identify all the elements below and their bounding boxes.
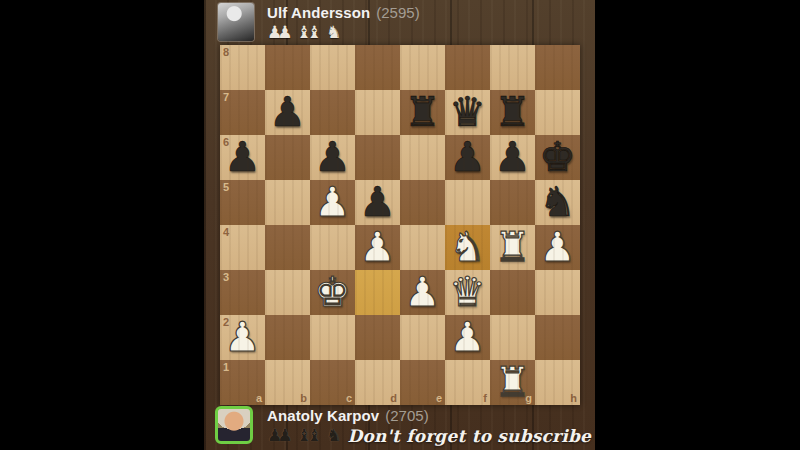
square-b4 bbox=[265, 225, 310, 270]
white-queen-icon: ♛ bbox=[449, 270, 486, 315]
square-g4: ♜ bbox=[490, 225, 535, 270]
top-player-row: Ulf Andersson (2595) ♟♟♝♝♞ bbox=[267, 4, 420, 42]
chess-board: 87♟♜♛♜6♟♟♟♟♚5♟♟♞4♟♞♜♟3♚♟♛2♟♟1abcdefg♜h bbox=[220, 45, 580, 405]
white-pawn-icon: ♟ bbox=[404, 270, 441, 315]
file-label-b: b bbox=[300, 393, 307, 404]
top-player-avatar bbox=[218, 3, 254, 41]
square-h1: h bbox=[535, 360, 580, 405]
square-h3 bbox=[535, 270, 580, 315]
black-pawn-icon: ♟ bbox=[314, 135, 351, 180]
black-rook-icon: ♜ bbox=[494, 90, 531, 135]
captured-pieces-group-icon: ♞ bbox=[326, 425, 336, 445]
bottom-player-rating: (2705) bbox=[385, 407, 428, 424]
square-a3: 3 bbox=[220, 270, 265, 315]
file-label-c: c bbox=[346, 393, 352, 404]
square-g8 bbox=[490, 45, 535, 90]
letterbox-right bbox=[595, 0, 800, 450]
square-a1: 1a bbox=[220, 360, 265, 405]
white-rook-icon: ♜ bbox=[494, 360, 531, 405]
square-e7: ♜ bbox=[400, 90, 445, 135]
square-f2: ♟ bbox=[445, 315, 490, 360]
top-player-name: Ulf Andersson bbox=[267, 4, 370, 21]
captured-pieces-group-icon: ♝♝ bbox=[296, 22, 316, 42]
square-a5: 5 bbox=[220, 180, 265, 225]
square-b2 bbox=[265, 315, 310, 360]
square-e6 bbox=[400, 135, 445, 180]
square-c3: ♚ bbox=[310, 270, 355, 315]
square-f1: f bbox=[445, 360, 490, 405]
black-knight-icon: ♞ bbox=[539, 180, 576, 225]
square-c4 bbox=[310, 225, 355, 270]
bottom-player-avatar bbox=[215, 406, 253, 444]
black-pawn-icon: ♟ bbox=[359, 180, 396, 225]
square-g3 bbox=[490, 270, 535, 315]
file-label-a: a bbox=[256, 393, 262, 404]
square-a8: 8 bbox=[220, 45, 265, 90]
square-g5 bbox=[490, 180, 535, 225]
square-f4: ♞ bbox=[445, 225, 490, 270]
square-b8 bbox=[265, 45, 310, 90]
file-label-f: f bbox=[483, 393, 487, 404]
top-player-rating: (2595) bbox=[376, 4, 419, 21]
letterbox-left bbox=[0, 0, 204, 450]
square-g6: ♟ bbox=[490, 135, 535, 180]
app-background: Ulf Andersson (2595) ♟♟♝♝♞ 87♟♜♛♜6♟♟♟♟♚5… bbox=[204, 0, 595, 450]
square-c5: ♟ bbox=[310, 180, 355, 225]
square-h7 bbox=[535, 90, 580, 135]
square-c8 bbox=[310, 45, 355, 90]
square-d2 bbox=[355, 315, 400, 360]
square-d4: ♟ bbox=[355, 225, 400, 270]
square-d1: d bbox=[355, 360, 400, 405]
captured-pieces-group-icon: ♝♝ bbox=[296, 425, 316, 445]
black-pawn-icon: ♟ bbox=[494, 135, 531, 180]
square-d6 bbox=[355, 135, 400, 180]
square-f5 bbox=[445, 180, 490, 225]
square-f3: ♛ bbox=[445, 270, 490, 315]
black-queen-icon: ♛ bbox=[449, 90, 486, 135]
square-g1: g♜ bbox=[490, 360, 535, 405]
black-pawn-icon: ♟ bbox=[224, 135, 261, 180]
white-rook-icon: ♜ bbox=[494, 225, 531, 270]
rank-label-8: 8 bbox=[223, 47, 229, 58]
square-c2 bbox=[310, 315, 355, 360]
white-knight-icon: ♞ bbox=[449, 225, 486, 270]
square-b3 bbox=[265, 270, 310, 315]
white-pawn-icon: ♟ bbox=[449, 315, 486, 360]
video-frame: Ulf Andersson (2595) ♟♟♝♝♞ 87♟♜♛♜6♟♟♟♟♚5… bbox=[0, 0, 800, 450]
rank-label-3: 3 bbox=[223, 272, 229, 283]
square-a7: 7 bbox=[220, 90, 265, 135]
captured-pieces-group-icon: ♞ bbox=[326, 22, 336, 42]
square-b1: b bbox=[265, 360, 310, 405]
square-c1: c bbox=[310, 360, 355, 405]
square-a4: 4 bbox=[220, 225, 265, 270]
square-c6: ♟ bbox=[310, 135, 355, 180]
square-h6: ♚ bbox=[535, 135, 580, 180]
square-e4 bbox=[400, 225, 445, 270]
square-e5 bbox=[400, 180, 445, 225]
captured-pieces-group-icon: ♟♟ bbox=[267, 22, 287, 42]
square-b5 bbox=[265, 180, 310, 225]
square-h5: ♞ bbox=[535, 180, 580, 225]
white-pawn-icon: ♟ bbox=[314, 180, 351, 225]
subscribe-text: Don't forget to subscribe bbox=[348, 426, 591, 446]
square-d5: ♟ bbox=[355, 180, 400, 225]
square-e1: e bbox=[400, 360, 445, 405]
square-g7: ♜ bbox=[490, 90, 535, 135]
square-h4: ♟ bbox=[535, 225, 580, 270]
rank-label-5: 5 bbox=[223, 182, 229, 193]
white-pawn-icon: ♟ bbox=[359, 225, 396, 270]
square-d7 bbox=[355, 90, 400, 135]
square-f8 bbox=[445, 45, 490, 90]
rank-label-1: 1 bbox=[223, 362, 229, 373]
bottom-player-name: Anatoly Karpov bbox=[267, 407, 379, 424]
square-e3: ♟ bbox=[400, 270, 445, 315]
square-b7: ♟ bbox=[265, 90, 310, 135]
top-player-captured-pieces: ♟♟♝♝♞ bbox=[267, 23, 420, 42]
black-rook-icon: ♜ bbox=[404, 90, 441, 135]
rank-label-4: 4 bbox=[223, 227, 229, 238]
square-c7 bbox=[310, 90, 355, 135]
white-pawn-icon: ♟ bbox=[224, 315, 261, 360]
square-d3 bbox=[355, 270, 400, 315]
black-pawn-icon: ♟ bbox=[449, 135, 486, 180]
captured-pieces-group-icon: ♟♟ bbox=[267, 425, 287, 445]
black-king-icon: ♚ bbox=[539, 135, 576, 180]
square-a6: 6♟ bbox=[220, 135, 265, 180]
black-pawn-icon: ♟ bbox=[269, 90, 306, 135]
square-a2: 2♟ bbox=[220, 315, 265, 360]
square-h8 bbox=[535, 45, 580, 90]
file-label-h: h bbox=[570, 393, 577, 404]
file-label-e: e bbox=[436, 393, 442, 404]
square-e8 bbox=[400, 45, 445, 90]
rank-label-7: 7 bbox=[223, 92, 229, 103]
square-b6 bbox=[265, 135, 310, 180]
white-king-icon: ♚ bbox=[314, 270, 351, 315]
square-f6: ♟ bbox=[445, 135, 490, 180]
square-d8 bbox=[355, 45, 400, 90]
square-e2 bbox=[400, 315, 445, 360]
square-h2 bbox=[535, 315, 580, 360]
file-label-d: d bbox=[390, 393, 397, 404]
square-f7: ♛ bbox=[445, 90, 490, 135]
square-g2 bbox=[490, 315, 535, 360]
white-pawn-icon: ♟ bbox=[539, 225, 576, 270]
